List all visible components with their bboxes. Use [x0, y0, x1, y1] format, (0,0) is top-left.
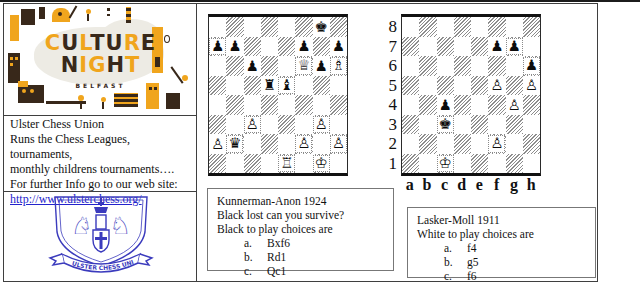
square-c8	[244, 17, 261, 37]
black-pawn-piece: ♟	[297, 39, 310, 54]
info-line: Ulster Chess Union	[10, 117, 194, 132]
square-c6	[437, 56, 454, 76]
logo-subtitle-belfast: BELFAST	[6, 82, 195, 89]
square-e1	[471, 154, 488, 174]
logo-title-culture: CULTURE	[6, 31, 195, 55]
square-a8	[402, 17, 419, 37]
square-b4	[226, 95, 243, 115]
white-pawn-piece: ♙	[244, 116, 261, 134]
square-h1	[330, 154, 347, 174]
building-icon	[21, 9, 35, 25]
building-icon	[166, 93, 180, 109]
logo-letter: L	[79, 31, 90, 55]
square-d7	[454, 37, 471, 57]
square-e5: ♝	[278, 76, 295, 96]
choice-label: c.	[244, 264, 267, 278]
black-king-piece: ♚	[315, 20, 328, 35]
square-b8	[226, 17, 243, 37]
square-a8	[209, 17, 226, 37]
dot-icon	[107, 14, 110, 16]
square-h5: ♙	[523, 76, 540, 96]
square-e5	[471, 76, 488, 96]
square-c5	[437, 76, 454, 96]
logo-letter: N	[61, 53, 80, 77]
puzzle-choice: b.Rd1	[244, 250, 393, 264]
square-e7	[471, 37, 488, 57]
white-bishop-piece: ♗	[330, 57, 347, 75]
square-h8	[330, 17, 347, 37]
choice-move: g5	[467, 256, 479, 268]
puzzle-choice: c.Qc1	[244, 264, 393, 278]
square-a5	[209, 76, 226, 96]
file-label-b: b	[418, 176, 435, 194]
square-f8	[488, 17, 505, 37]
white-pawn-piece: ♙	[488, 135, 505, 153]
window-dot	[30, 89, 34, 93]
square-b2	[419, 134, 436, 154]
square-e3	[278, 115, 295, 135]
square-f5: ♙	[488, 76, 505, 96]
white-rook-piece: ♖	[278, 155, 295, 173]
square-d3	[454, 115, 471, 135]
choice-move: f6	[467, 270, 477, 282]
puzzle-line: White to play choices are	[417, 227, 595, 241]
square-d4	[454, 95, 471, 115]
square-g8: ♚	[313, 17, 330, 37]
square-e4	[278, 95, 295, 115]
logo-letter: G	[88, 53, 106, 77]
file-label-f: f	[488, 176, 505, 194]
logo-title-night: NIGHT	[6, 53, 195, 77]
square-b3	[419, 115, 436, 135]
square-f1	[488, 154, 505, 174]
black-pawn-piece: ♟	[228, 39, 241, 54]
square-f1	[295, 154, 312, 174]
square-g2	[313, 134, 330, 154]
choice-label: b.	[444, 255, 467, 269]
info-line: For further Info go to our web site:	[10, 177, 194, 192]
square-b5	[226, 76, 243, 96]
building-icon	[126, 7, 131, 23]
puzzle-choice: b.g5	[444, 255, 595, 269]
square-e8	[471, 17, 488, 37]
flyer-page: CULTURE NIGHT BELFAST Ulster Chess Union…	[0, 0, 640, 287]
tree-icon	[102, 102, 104, 109]
black-king-piece: ♚	[437, 116, 454, 134]
puzzle-line: Black lost can you survive?	[217, 208, 393, 222]
dot-icon	[107, 8, 110, 11]
square-h1	[523, 154, 540, 174]
square-f7: ♟	[295, 37, 312, 57]
square-a2	[402, 134, 419, 154]
ulster-chess-union-crest: ♘ ♘ ULSTER CHESS UNION	[42, 194, 160, 282]
square-c8	[437, 17, 454, 37]
file-label-a: a	[401, 176, 418, 194]
square-d2	[261, 134, 278, 154]
svg-text:♘: ♘	[71, 212, 93, 240]
square-g6: ♟	[313, 56, 330, 76]
square-e1: ♖	[278, 154, 295, 174]
square-f4	[488, 95, 505, 115]
square-b3	[226, 115, 243, 135]
square-g4: ♙	[506, 95, 523, 115]
choice-label: b.	[244, 250, 267, 264]
square-a4	[209, 95, 226, 115]
square-a5	[402, 76, 419, 96]
square-a6	[209, 56, 226, 76]
puzzle-choices: a.f4b.g5c.f6	[417, 241, 595, 283]
logo-letter: E	[141, 31, 156, 55]
puzzle-box-kunnerman: Kunnerman-Anon 1924 Black lost can you s…	[207, 188, 394, 271]
square-h5	[330, 76, 347, 96]
building-icon	[114, 93, 138, 107]
row-divider-1	[3, 115, 197, 116]
file-label-e: e	[471, 176, 488, 194]
logo-letter: I	[79, 53, 88, 77]
puzzle-lines: White to play choices are	[417, 227, 595, 241]
square-a3	[209, 115, 226, 135]
chessboard-lasker: ♟♟♟♙♙♟♙♚♙♔	[401, 14, 541, 176]
square-a1	[209, 154, 226, 174]
square-c4: ♟	[437, 95, 454, 115]
square-d7	[261, 37, 278, 57]
square-f7: ♟	[488, 37, 505, 57]
logo-letter: C	[45, 31, 61, 55]
rank-label-1: 1	[381, 154, 397, 174]
square-f3	[295, 115, 312, 135]
choice-move: f4	[467, 242, 477, 254]
square-a7	[402, 37, 419, 57]
square-e3	[471, 115, 488, 135]
file-labels: abcdefgh	[401, 176, 540, 194]
square-f3	[488, 115, 505, 135]
square-g7: ♟	[506, 37, 523, 57]
square-c3: ♚	[437, 115, 454, 135]
square-e4	[471, 95, 488, 115]
logo-letter: U	[106, 31, 124, 55]
logo-letter: U	[61, 31, 79, 55]
square-h6: ♗	[330, 56, 347, 76]
crane-icon	[39, 7, 45, 19]
black-rook-piece: ♜	[263, 78, 276, 93]
choice-move: Qc1	[267, 265, 286, 277]
puzzle-choice: a.Bxf6	[244, 236, 393, 250]
white-pawn-piece: ♙	[295, 135, 312, 153]
logo-letter: R	[124, 31, 141, 55]
square-h2: ♙	[330, 134, 347, 154]
crane-icon	[69, 5, 78, 18]
page-top-rule	[0, 0, 640, 2]
square-c7	[244, 37, 261, 57]
square-f6: ♕	[295, 56, 312, 76]
square-f2: ♙	[488, 134, 505, 154]
rank-label-6: 6	[381, 56, 397, 76]
white-queen-piece: ♕	[295, 57, 312, 75]
square-c1	[244, 154, 261, 174]
white-king-piece: ♔	[313, 155, 330, 173]
puzzle-caption: Lasker-Moll 1911	[417, 213, 595, 227]
column-divider	[196, 3, 197, 282]
info-lines: Ulster Chess UnionRuns the Chess Leagues…	[10, 117, 194, 192]
square-c2	[437, 134, 454, 154]
square-e6	[278, 56, 295, 76]
square-a7: ♟	[209, 37, 226, 57]
info-line: monthly childrens tournaments….	[10, 162, 194, 177]
square-c6: ♟	[244, 56, 261, 76]
square-b4	[419, 95, 436, 115]
square-h7	[523, 37, 540, 57]
puzzle-box-lasker: Lasker-Moll 1911 White to play choices a…	[407, 207, 596, 278]
square-d3	[261, 115, 278, 135]
square-d1	[261, 154, 278, 174]
square-a4	[402, 95, 419, 115]
puzzle-lines: Black lost can you survive?Black to play…	[217, 208, 393, 236]
square-c1: ♔	[437, 154, 454, 174]
square-b8	[419, 17, 436, 37]
file-label-c: c	[436, 176, 453, 194]
square-h4	[523, 95, 540, 115]
white-pawn-piece: ♙	[508, 98, 521, 113]
square-g7	[313, 37, 330, 57]
choice-label: c.	[444, 269, 467, 283]
rank-label-2: 2	[381, 134, 397, 154]
square-a1	[402, 154, 419, 174]
square-e2	[278, 134, 295, 154]
square-g5	[506, 76, 523, 96]
rank-label-4: 4	[381, 95, 397, 115]
puzzle-caption: Kunnerman-Anon 1924	[217, 194, 393, 208]
window-dot	[58, 12, 62, 16]
rank-label-8: 8	[381, 17, 397, 37]
puzzle-choice: a.f4	[444, 241, 595, 255]
square-d6	[454, 56, 471, 76]
choice-label: a.	[444, 241, 467, 255]
black-pawn-piece: ♟	[523, 57, 540, 75]
square-h3	[330, 115, 347, 135]
rank-label-7: 7	[381, 37, 397, 57]
tree-icon	[80, 101, 82, 109]
square-c5	[244, 76, 261, 96]
square-e2	[471, 134, 488, 154]
square-f6	[488, 56, 505, 76]
choice-label: a.	[244, 236, 267, 250]
rank-labels: 87654321	[381, 17, 397, 173]
white-pawn-piece: ♙	[313, 116, 330, 134]
black-queen-piece: ♛	[226, 135, 243, 153]
square-b1	[226, 154, 243, 174]
square-e8	[278, 17, 295, 37]
file-label-h: h	[523, 176, 540, 194]
square-f2: ♙	[295, 134, 312, 154]
rank-label-5: 5	[381, 76, 397, 96]
square-h3	[523, 115, 540, 135]
file-label-g: g	[505, 176, 522, 194]
square-b6	[419, 56, 436, 76]
square-g4	[313, 95, 330, 115]
square-g1	[506, 154, 523, 174]
square-c7	[437, 37, 454, 57]
square-d6	[261, 56, 278, 76]
white-king-piece: ♔	[437, 155, 454, 173]
square-d4	[261, 95, 278, 115]
square-b5	[419, 76, 436, 96]
puzzle-choice: c.f6	[444, 269, 595, 283]
square-c2	[244, 134, 261, 154]
square-b6	[226, 56, 243, 76]
square-g3: ♙	[313, 115, 330, 135]
square-h4	[330, 95, 347, 115]
logo-letter: T	[90, 31, 105, 55]
black-bishop-piece: ♝	[278, 77, 295, 95]
tree-icon	[87, 14, 89, 21]
choice-move: Bxf6	[267, 237, 290, 249]
square-b2: ♛	[226, 134, 243, 154]
square-g3	[506, 115, 523, 135]
square-e7	[278, 37, 295, 57]
square-d8	[261, 17, 278, 37]
square-g6	[506, 56, 523, 76]
square-b7: ♟	[226, 37, 243, 57]
square-a2: ♙	[209, 134, 226, 154]
square-b1	[419, 154, 436, 174]
white-pawn-piece: ♙	[525, 78, 538, 93]
square-d1	[454, 154, 471, 174]
rank-label-3: 3	[381, 115, 397, 135]
square-g5	[313, 76, 330, 96]
white-pawn-piece: ♙	[211, 137, 224, 152]
black-pawn-piece: ♟	[506, 38, 523, 56]
black-pawn-piece: ♟	[315, 59, 328, 74]
square-d5: ♜	[261, 76, 278, 96]
square-e6	[471, 56, 488, 76]
info-line: Runs the Chess Leagues, tournaments,	[10, 132, 194, 162]
square-h7: ♟	[330, 37, 347, 57]
square-a3	[402, 115, 419, 135]
square-d5	[454, 76, 471, 96]
square-h8	[523, 17, 540, 37]
choice-move: Rd1	[267, 251, 286, 263]
logo-letter: H	[106, 53, 125, 77]
square-f4	[295, 95, 312, 115]
puzzle-line: Black to play choices are	[217, 222, 393, 236]
square-h2	[523, 134, 540, 154]
square-f8	[295, 17, 312, 37]
black-pawn-piece: ♟	[209, 38, 226, 56]
white-pawn-piece: ♙	[490, 78, 503, 93]
black-pawn-piece: ♟	[490, 39, 503, 54]
square-a6	[402, 56, 419, 76]
square-c3: ♙	[244, 115, 261, 135]
window-dot	[22, 89, 26, 93]
square-g2	[506, 134, 523, 154]
black-pawn-piece: ♟	[439, 98, 452, 113]
square-h6: ♟	[523, 56, 540, 76]
white-pawn-piece: ♙	[330, 135, 347, 153]
square-d2	[454, 134, 471, 154]
square-b7	[419, 37, 436, 57]
svg-text:♘: ♘	[109, 212, 131, 240]
puzzle-choices: a.Bxf6b.Rd1c.Qc1	[217, 236, 393, 278]
file-label-d: d	[453, 176, 470, 194]
logo-letter: T	[125, 53, 140, 77]
square-c4	[244, 95, 261, 115]
black-pawn-piece: ♟	[332, 39, 345, 54]
culture-night-logo: CULTURE NIGHT BELFAST	[6, 5, 195, 114]
chessboard-kunnerman: ♚♟♟♟♟♟♕♟♗♜♝♙♙♙♛♙♙♖♔	[208, 14, 348, 176]
square-f5	[295, 76, 312, 96]
square-g8	[506, 17, 523, 37]
black-pawn-piece: ♟	[246, 59, 259, 74]
square-d8	[454, 17, 471, 37]
square-g1: ♔	[313, 154, 330, 174]
